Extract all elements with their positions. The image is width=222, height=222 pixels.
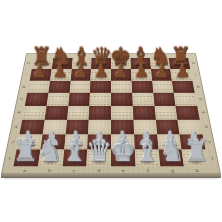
piece-shadow [133, 64, 148, 68]
square-c1: ♝ [62, 150, 87, 167]
piece-shadow [137, 143, 154, 149]
coordinate-label: d [92, 53, 111, 58]
piece-shadow [74, 64, 89, 68]
file-labels-back: abcdefgh [34, 53, 188, 58]
coordinate-label: e [111, 53, 130, 58]
square-h3 [178, 120, 203, 135]
square-g7: ♟ [151, 69, 172, 81]
piece-shadow [67, 143, 84, 149]
square-a8: ♜ [32, 58, 53, 69]
square-h4 [176, 106, 200, 120]
piece-shadow [90, 159, 108, 165]
piece-shadow [54, 64, 69, 68]
square-a4 [22, 106, 46, 120]
square-g8: ♞ [150, 58, 171, 69]
piece-shadow [114, 64, 128, 68]
square-c4 [67, 106, 90, 120]
square-e3 [111, 120, 134, 135]
square-g3 [155, 120, 179, 135]
piece-shadow [66, 159, 84, 165]
piece-shadow [138, 159, 156, 165]
coordinate-label: 8 [188, 58, 199, 69]
square-f7: ♟ [131, 69, 152, 81]
chessboard: ♜♞♝♛♚♝♞♜♟♟♟♟♟♟♟♟♟♟♟♟♟♟♟♟♜♞♝♛♚♝♞♜ abcdefg… [1, 53, 221, 174]
piece-shadow [174, 75, 189, 79]
square-c3 [65, 120, 89, 135]
square-d2: ♟ [87, 134, 111, 150]
square-c8: ♝ [71, 58, 91, 69]
coordinate-label: a [12, 166, 38, 174]
square-g5 [153, 93, 176, 106]
coordinate-label: 3 [200, 120, 213, 135]
square-g1: ♞ [158, 150, 184, 167]
square-f3 [133, 120, 157, 135]
square-d5 [89, 93, 111, 106]
square-b1: ♞ [38, 150, 64, 167]
square-e2: ♟ [111, 134, 135, 150]
square-d4 [89, 106, 111, 120]
square-b8: ♞ [52, 58, 73, 69]
square-c2: ♟ [64, 134, 88, 150]
coordinate-label: h [168, 53, 188, 58]
coordinate-label: 6 [192, 81, 204, 93]
square-b5 [46, 93, 69, 106]
coordinate-label: a [34, 53, 54, 58]
piece-shadow [186, 159, 205, 165]
coordinate-label: b [37, 166, 62, 174]
piece-shadow [93, 75, 108, 79]
coordinate-label: 4 [197, 106, 209, 120]
square-e5 [111, 93, 133, 106]
square-h8: ♜ [169, 58, 190, 69]
square-a7: ♟ [30, 69, 52, 81]
piece-shadow [114, 159, 132, 165]
ground-shadow [4, 177, 218, 180]
coordinate-label: b [53, 53, 73, 58]
piece-shadow [17, 159, 36, 165]
square-g4 [154, 106, 177, 120]
square-g2: ♟ [157, 134, 182, 150]
coordinate-label: 5 [195, 93, 207, 106]
board-scene: ♜♞♝♛♚♝♞♜♟♟♟♟♟♟♟♟♟♟♟♟♟♟♟♟♜♞♝♛♚♝♞♜ abcdefg… [1, 50, 221, 174]
square-h1: ♜ [182, 150, 209, 167]
piece-shadow [114, 75, 129, 79]
square-d3 [88, 120, 111, 135]
coordinate-label: f [135, 166, 160, 174]
square-b3 [42, 120, 66, 135]
square-e6 [111, 81, 132, 93]
square-e8: ♚ [111, 58, 131, 69]
piece-shadow [20, 143, 38, 149]
coordinate-label: 1 [205, 150, 219, 167]
piece-shadow [91, 143, 108, 149]
square-f4 [133, 106, 156, 120]
piece-shadow [41, 159, 59, 165]
piece-shadow [184, 143, 202, 149]
square-g6 [152, 81, 174, 93]
square-h5 [174, 93, 197, 106]
square-b4 [44, 106, 67, 120]
square-e7: ♟ [111, 69, 131, 81]
square-f1: ♝ [135, 150, 160, 167]
piece-shadow [35, 64, 50, 68]
coordinate-label: g [149, 53, 169, 58]
piece-shadow [154, 75, 169, 79]
square-e1: ♚ [111, 150, 135, 167]
square-e4 [111, 106, 133, 120]
coordinate-label: f [130, 53, 150, 58]
square-f8: ♝ [130, 58, 150, 69]
piece-shadow [53, 75, 68, 79]
square-f2: ♟ [134, 134, 158, 150]
square-f5 [132, 93, 154, 106]
board-grid: ♜♞♝♛♚♝♞♜♟♟♟♟♟♟♟♟♟♟♟♟♟♟♟♟♜♞♝♛♚♝♞♜ [13, 58, 208, 166]
square-a5 [25, 93, 48, 106]
piece-shadow [114, 143, 131, 149]
square-d6 [90, 81, 111, 93]
square-h7: ♟ [170, 69, 192, 81]
piece-shadow [172, 64, 187, 68]
coordinate-label: 2 [203, 134, 216, 150]
square-b2: ♟ [40, 134, 65, 150]
piece-shadow [44, 143, 62, 149]
square-d8: ♛ [91, 58, 111, 69]
square-h6 [172, 81, 195, 93]
piece-shadow [153, 64, 168, 68]
file-labels-front: abcdefgh [12, 166, 210, 174]
piece-shadow [161, 143, 179, 149]
square-a2: ♟ [17, 134, 43, 150]
square-d1: ♛ [87, 150, 111, 167]
square-d7: ♟ [91, 69, 111, 81]
coordinate-label: c [72, 53, 92, 58]
square-h2: ♟ [180, 134, 206, 150]
coordinate-label: g [160, 166, 185, 174]
coordinate-label: 7 [190, 69, 201, 81]
square-c6 [69, 81, 91, 93]
piece-shadow [134, 75, 149, 79]
square-a1: ♜ [13, 150, 40, 167]
square-b7: ♟ [50, 69, 71, 81]
square-a6 [27, 81, 50, 93]
piece-shadow [33, 75, 48, 79]
square-f6 [131, 81, 153, 93]
piece-shadow [94, 64, 108, 68]
coordinate-label: e [111, 166, 136, 174]
piece-shadow [162, 159, 180, 165]
square-c7: ♟ [70, 69, 91, 81]
square-c5 [68, 93, 90, 106]
square-a3 [19, 120, 44, 135]
coordinate-label: h [184, 166, 210, 174]
product-photo: ♜♞♝♛♚♝♞♜♟♟♟♟♟♟♟♟♟♟♟♟♟♟♟♟♜♞♝♛♚♝♞♜ abcdefg… [0, 0, 222, 222]
coordinate-label: d [86, 166, 111, 174]
piece-shadow [73, 75, 88, 79]
coordinate-label: c [62, 166, 87, 174]
square-b6 [48, 81, 70, 93]
